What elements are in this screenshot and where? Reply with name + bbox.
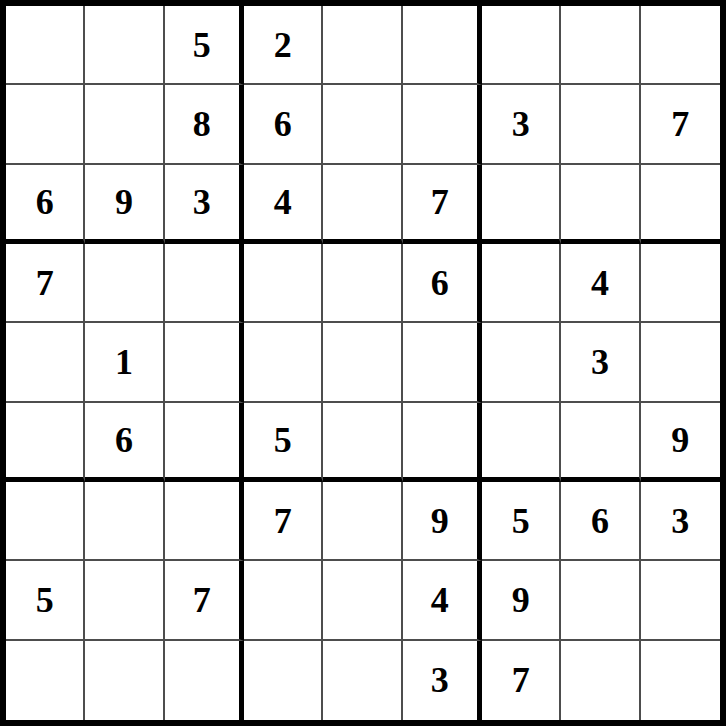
sudoku-cell-given: 8 — [165, 85, 244, 164]
sudoku-cell-empty[interactable] — [6, 6, 85, 85]
sudoku-cell-given: 7 — [6, 244, 85, 323]
sudoku-cell-empty[interactable] — [403, 85, 482, 164]
sudoku-cell-empty[interactable] — [561, 403, 640, 482]
sudoku-cell-given: 7 — [403, 165, 482, 244]
sudoku-cell-empty[interactable] — [323, 561, 402, 640]
sudoku-cell-empty[interactable] — [641, 6, 720, 85]
sudoku-cell-empty[interactable] — [641, 244, 720, 323]
sudoku-cell-empty[interactable] — [6, 85, 85, 164]
sudoku-cell-given: 3 — [165, 165, 244, 244]
sudoku-cell-empty[interactable] — [323, 85, 402, 164]
sudoku-cell-empty[interactable] — [323, 6, 402, 85]
sudoku-cell-given: 3 — [403, 641, 482, 720]
sudoku-cell-empty[interactable] — [561, 165, 640, 244]
sudoku-cell-empty[interactable] — [561, 85, 640, 164]
sudoku-cell-empty[interactable] — [641, 323, 720, 402]
sudoku-cell-given: 6 — [244, 85, 323, 164]
sudoku-cell-empty[interactable] — [561, 561, 640, 640]
sudoku-cell-empty[interactable] — [6, 482, 85, 561]
sudoku-cell-given: 3 — [482, 85, 561, 164]
sudoku-cell-empty[interactable] — [482, 165, 561, 244]
sudoku-cell-empty[interactable] — [85, 482, 164, 561]
sudoku-cell-empty[interactable] — [85, 561, 164, 640]
sudoku-cell-empty[interactable] — [244, 561, 323, 640]
sudoku-puzzle: 528637693477641365979563574937 — [0, 0, 726, 726]
sudoku-cell-given: 7 — [641, 85, 720, 164]
sudoku-cell-given: 1 — [85, 323, 164, 402]
sudoku-cell-given: 7 — [482, 641, 561, 720]
sudoku-cell-empty[interactable] — [165, 323, 244, 402]
sudoku-cell-given: 4 — [403, 561, 482, 640]
sudoku-cell-given: 3 — [641, 482, 720, 561]
sudoku-cell-given: 4 — [244, 165, 323, 244]
sudoku-cell-empty[interactable] — [561, 6, 640, 85]
sudoku-cell-empty[interactable] — [323, 165, 402, 244]
sudoku-cell-given: 5 — [244, 403, 323, 482]
sudoku-cell-empty[interactable] — [482, 323, 561, 402]
sudoku-cell-empty[interactable] — [641, 165, 720, 244]
sudoku-cell-given: 6 — [403, 244, 482, 323]
sudoku-cell-given: 9 — [85, 165, 164, 244]
sudoku-cell-given: 6 — [85, 403, 164, 482]
sudoku-cell-empty[interactable] — [85, 244, 164, 323]
sudoku-cell-empty[interactable] — [165, 482, 244, 561]
sudoku-cell-empty[interactable] — [641, 561, 720, 640]
sudoku-cell-empty[interactable] — [403, 323, 482, 402]
sudoku-cell-empty[interactable] — [323, 323, 402, 402]
sudoku-cell-given: 5 — [165, 6, 244, 85]
sudoku-cell-empty[interactable] — [403, 6, 482, 85]
sudoku-cell-empty[interactable] — [85, 641, 164, 720]
sudoku-cell-empty[interactable] — [641, 641, 720, 720]
sudoku-cell-given: 3 — [561, 323, 640, 402]
sudoku-cell-given: 9 — [641, 403, 720, 482]
sudoku-cell-given: 7 — [244, 482, 323, 561]
sudoku-cell-empty[interactable] — [244, 244, 323, 323]
sudoku-cell-given: 5 — [482, 482, 561, 561]
sudoku-cell-empty[interactable] — [165, 403, 244, 482]
sudoku-cell-given: 4 — [561, 244, 640, 323]
sudoku-cell-given: 2 — [244, 6, 323, 85]
sudoku-cell-empty[interactable] — [403, 403, 482, 482]
sudoku-cell-given: 9 — [403, 482, 482, 561]
sudoku-cell-empty[interactable] — [482, 6, 561, 85]
sudoku-board: 528637693477641365979563574937 — [0, 0, 726, 726]
sudoku-cell-empty[interactable] — [561, 641, 640, 720]
sudoku-cell-empty[interactable] — [482, 244, 561, 323]
sudoku-cell-empty[interactable] — [323, 244, 402, 323]
sudoku-cell-empty[interactable] — [482, 403, 561, 482]
sudoku-cell-empty[interactable] — [85, 6, 164, 85]
sudoku-cell-empty[interactable] — [6, 403, 85, 482]
sudoku-cell-given: 9 — [482, 561, 561, 640]
sudoku-cell-given: 6 — [561, 482, 640, 561]
sudoku-cell-given: 5 — [6, 561, 85, 640]
sudoku-cell-empty[interactable] — [165, 641, 244, 720]
sudoku-cell-empty[interactable] — [323, 403, 402, 482]
sudoku-cell-given: 6 — [6, 165, 85, 244]
sudoku-cell-given: 7 — [165, 561, 244, 640]
sudoku-cell-empty[interactable] — [244, 323, 323, 402]
sudoku-cell-empty[interactable] — [6, 641, 85, 720]
sudoku-cell-empty[interactable] — [85, 85, 164, 164]
sudoku-cell-empty[interactable] — [6, 323, 85, 402]
sudoku-cell-empty[interactable] — [323, 641, 402, 720]
sudoku-cell-empty[interactable] — [165, 244, 244, 323]
sudoku-cell-empty[interactable] — [244, 641, 323, 720]
sudoku-cell-empty[interactable] — [323, 482, 402, 561]
